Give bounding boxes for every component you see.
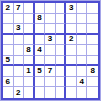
cell-r4c9[interactable] [87,35,98,46]
cell-r1c9[interactable] [87,3,98,14]
cell-r5c4-given-4[interactable]: 4 [35,45,46,56]
cell-r2c1[interactable] [3,14,14,25]
cell-r5c7[interactable] [66,45,77,56]
cell-r4c7-given-2[interactable]: 2 [66,35,77,46]
cell-r4c5-given-3[interactable]: 3 [45,35,56,46]
cell-r9c2-given-2[interactable]: 2 [14,87,25,98]
cell-r8c2[interactable] [14,77,25,88]
cell-r6c5[interactable] [45,56,56,67]
cell-r3c3[interactable] [24,24,35,35]
cell-r2c3[interactable] [24,14,35,25]
cell-r1c4[interactable] [35,3,46,14]
cell-r8c9[interactable] [87,77,98,88]
cell-r9c7[interactable] [66,87,77,98]
cell-r4c4[interactable] [35,35,46,46]
cell-r7c7[interactable] [66,66,77,77]
cell-r2c9[interactable] [87,14,98,25]
cell-r4c8[interactable] [77,35,88,46]
cell-r6c1-given-5[interactable]: 5 [3,56,14,67]
cell-r3c4[interactable] [35,24,46,35]
cell-r2c6[interactable] [56,14,67,25]
sudoku-frame: 27383328451578642 [0,0,101,101]
cell-r8c8-given-4[interactable]: 4 [77,77,88,88]
cell-r2c8[interactable] [77,14,88,25]
cell-r4c6[interactable] [56,35,67,46]
cell-r2c4-given-8[interactable]: 8 [35,14,46,25]
cell-r7c3-given-1[interactable]: 1 [24,66,35,77]
cell-r9c1[interactable] [3,87,14,98]
cell-r2c7[interactable] [66,14,77,25]
cell-r1c8[interactable] [77,3,88,14]
cell-r3c7[interactable] [66,24,77,35]
cell-r7c9-given-8[interactable]: 8 [87,66,98,77]
cell-r3c1[interactable] [3,24,14,35]
cell-r9c6[interactable] [56,87,67,98]
cell-r5c2[interactable] [14,45,25,56]
cell-r3c9[interactable] [87,24,98,35]
cell-r4c1[interactable] [3,35,14,46]
cell-r4c3[interactable] [24,35,35,46]
cell-r6c6[interactable] [56,56,67,67]
cell-r6c7[interactable] [66,56,77,67]
cell-r7c1[interactable] [3,66,14,77]
cell-r8c4[interactable] [35,77,46,88]
cell-r6c9[interactable] [87,56,98,67]
cell-r9c9[interactable] [87,87,98,98]
cell-r6c4[interactable] [35,56,46,67]
cell-r6c8[interactable] [77,56,88,67]
cell-r2c5[interactable] [45,14,56,25]
cell-r5c6[interactable] [56,45,67,56]
cell-r9c8[interactable] [77,87,88,98]
cell-r3c6[interactable] [56,24,67,35]
cell-r5c8[interactable] [77,45,88,56]
cell-r6c3[interactable] [24,56,35,67]
cell-r1c1-given-2[interactable]: 2 [3,3,14,14]
cell-r4c2[interactable] [14,35,25,46]
cell-r1c2-given-7[interactable]: 7 [14,3,25,14]
cell-r8c1-given-6[interactable]: 6 [3,77,14,88]
cell-r7c2[interactable] [14,66,25,77]
cell-r7c6[interactable] [56,66,67,77]
cell-r8c3[interactable] [24,77,35,88]
cell-r7c8[interactable] [77,66,88,77]
cell-r5c3-given-8[interactable]: 8 [24,45,35,56]
cell-r8c6[interactable] [56,77,67,88]
cell-r3c8[interactable] [77,24,88,35]
cell-r1c7-given-3[interactable]: 3 [66,3,77,14]
cell-r9c5[interactable] [45,87,56,98]
cell-r9c3[interactable] [24,87,35,98]
cell-r7c5-given-7[interactable]: 7 [45,66,56,77]
cell-r9c4[interactable] [35,87,46,98]
cell-r3c5[interactable] [45,24,56,35]
cell-r7c4-given-5[interactable]: 5 [35,66,46,77]
cell-r8c7[interactable] [66,77,77,88]
cell-r6c2[interactable] [14,56,25,67]
cell-r1c6[interactable] [56,3,67,14]
cell-r1c3[interactable] [24,3,35,14]
cell-r5c9[interactable] [87,45,98,56]
cell-r3c2-given-3[interactable]: 3 [14,24,25,35]
cell-r5c5[interactable] [45,45,56,56]
cell-r1c5[interactable] [45,3,56,14]
cell-r8c5[interactable] [45,77,56,88]
sudoku-board: 27383328451578642 [1,1,100,100]
